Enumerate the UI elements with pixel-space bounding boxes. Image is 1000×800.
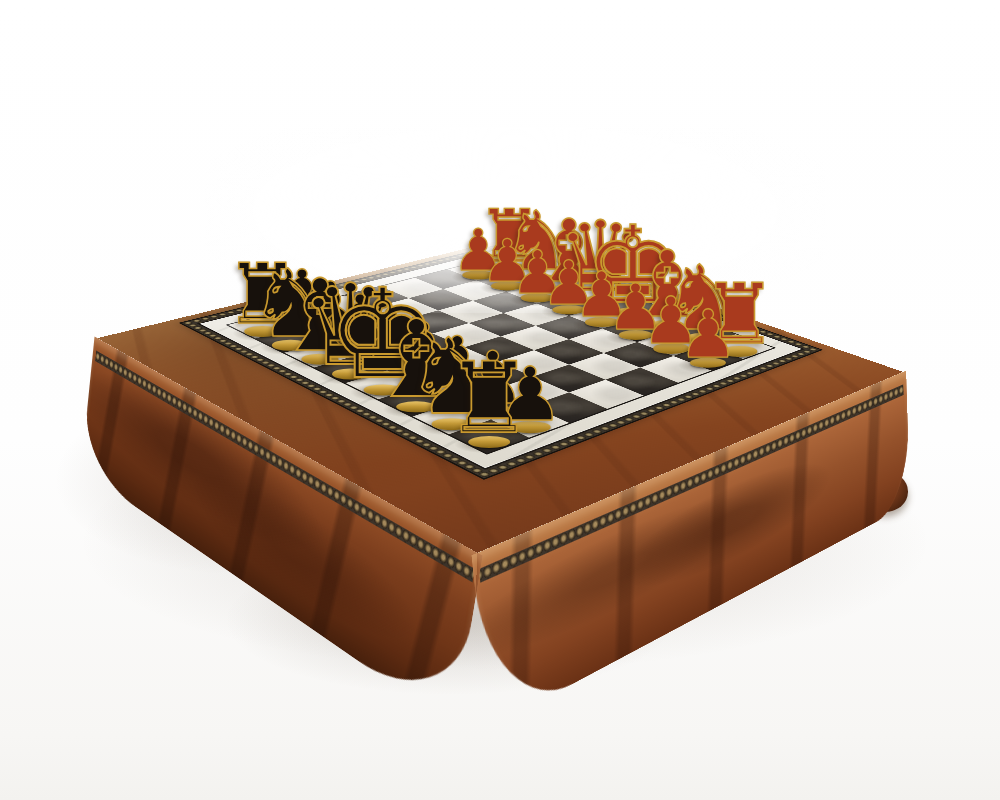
square-c4 [438, 301, 503, 323]
square-e2 [569, 306, 634, 328]
square-c1 [538, 274, 600, 294]
square-b6 [335, 308, 402, 331]
square-a3 [415, 269, 477, 289]
camera-roll [0, 0, 1000, 800]
square-b1 [508, 264, 568, 283]
scene-3d [0, 0, 1000, 800]
square-b2 [476, 272, 538, 292]
square-a4 [381, 278, 444, 298]
square-c2 [506, 283, 569, 304]
square-e1 [601, 297, 665, 319]
square-c5 [402, 310, 469, 333]
square-a6 [308, 295, 373, 317]
square-a2 [448, 261, 508, 280]
square-a1 [480, 254, 539, 272]
square-f1 [634, 309, 699, 332]
square-a7 [269, 305, 336, 328]
square-d1 [569, 286, 632, 307]
square-a5 [345, 286, 409, 307]
square-c3 [473, 292, 537, 313]
chessboard [228, 254, 773, 454]
product-photo: ♜♞♝♛♚♝♞♜♟♟♟♟♟♟♟♟♟♟♟♟♟♟♟♟♜♞♝♛♚♝♞♜ [0, 0, 1000, 800]
square-b3 [443, 280, 506, 301]
square-d2 [537, 294, 601, 316]
square-d3 [504, 304, 569, 326]
square-b4 [409, 289, 473, 310]
wood-box-top [98, 237, 903, 553]
square-b5 [373, 298, 438, 320]
